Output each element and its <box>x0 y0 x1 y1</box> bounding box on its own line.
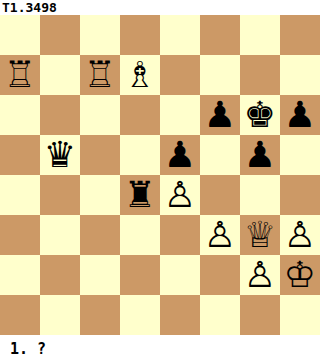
square-h7[interactable] <box>280 55 320 95</box>
white-pawn-piece[interactable]: ♙ <box>164 175 196 215</box>
square-b3[interactable] <box>40 215 80 255</box>
square-b7[interactable] <box>40 55 80 95</box>
white-pawn-piece[interactable]: ♙ <box>204 215 236 255</box>
white-king-piece[interactable]: ♔ <box>284 255 316 295</box>
square-a3[interactable] <box>0 215 40 255</box>
square-g1[interactable] <box>240 295 280 335</box>
square-b1[interactable] <box>40 295 80 335</box>
square-f2[interactable] <box>200 255 240 295</box>
square-a1[interactable] <box>0 295 40 335</box>
square-h4[interactable] <box>280 175 320 215</box>
square-f4[interactable] <box>200 175 240 215</box>
square-f5[interactable] <box>200 135 240 175</box>
square-e7[interactable] <box>160 55 200 95</box>
square-a8[interactable] <box>0 15 40 55</box>
white-pawn-piece[interactable]: ♙ <box>284 215 316 255</box>
footer-bar: 1. ? <box>0 335 320 360</box>
square-d2[interactable] <box>120 255 160 295</box>
square-d3[interactable] <box>120 215 160 255</box>
square-g2[interactable]: ♙ <box>240 255 280 295</box>
square-f1[interactable] <box>200 295 240 335</box>
square-f3[interactable]: ♙ <box>200 215 240 255</box>
white-queen-piece[interactable]: ♕ <box>244 215 276 255</box>
square-d7[interactable]: ♗ <box>120 55 160 95</box>
square-d5[interactable] <box>120 135 160 175</box>
chess-diagram: T1.3498 ♖♖♗♟♚♟♛♟♟♜♙♙♕♙♙♔ 1. ? <box>0 0 320 360</box>
move-prompt: 1. ? <box>10 340 46 358</box>
square-e5[interactable]: ♟ <box>160 135 200 175</box>
square-e8[interactable] <box>160 15 200 55</box>
square-c5[interactable] <box>80 135 120 175</box>
square-a2[interactable] <box>0 255 40 295</box>
square-a5[interactable] <box>0 135 40 175</box>
chess-board: ♖♖♗♟♚♟♛♟♟♜♙♙♕♙♙♔ <box>0 15 320 335</box>
square-g8[interactable] <box>240 15 280 55</box>
square-g7[interactable] <box>240 55 280 95</box>
square-h3[interactable]: ♙ <box>280 215 320 255</box>
square-h2[interactable]: ♔ <box>280 255 320 295</box>
puzzle-title: T1.3498 <box>0 0 320 15</box>
white-rook-piece[interactable]: ♖ <box>4 55 36 95</box>
square-g3[interactable]: ♕ <box>240 215 280 255</box>
square-e2[interactable] <box>160 255 200 295</box>
square-b5[interactable]: ♛ <box>40 135 80 175</box>
square-f7[interactable] <box>200 55 240 95</box>
black-king-piece[interactable]: ♚ <box>244 95 276 135</box>
square-c6[interactable] <box>80 95 120 135</box>
square-b6[interactable] <box>40 95 80 135</box>
square-b2[interactable] <box>40 255 80 295</box>
square-c7[interactable]: ♖ <box>80 55 120 95</box>
square-c4[interactable] <box>80 175 120 215</box>
square-d4[interactable]: ♜ <box>120 175 160 215</box>
square-c3[interactable] <box>80 215 120 255</box>
square-d6[interactable] <box>120 95 160 135</box>
square-a4[interactable] <box>0 175 40 215</box>
square-h1[interactable] <box>280 295 320 335</box>
black-rook-piece[interactable]: ♜ <box>124 175 156 215</box>
square-f6[interactable]: ♟ <box>200 95 240 135</box>
black-pawn-piece[interactable]: ♟ <box>244 135 276 175</box>
square-b8[interactable] <box>40 15 80 55</box>
square-c2[interactable] <box>80 255 120 295</box>
black-pawn-piece[interactable]: ♟ <box>164 135 196 175</box>
square-e4[interactable]: ♙ <box>160 175 200 215</box>
square-f8[interactable] <box>200 15 240 55</box>
square-e3[interactable] <box>160 215 200 255</box>
square-e1[interactable] <box>160 295 200 335</box>
square-h8[interactable] <box>280 15 320 55</box>
square-d8[interactable] <box>120 15 160 55</box>
square-a6[interactable] <box>0 95 40 135</box>
square-g5[interactable]: ♟ <box>240 135 280 175</box>
square-c1[interactable] <box>80 295 120 335</box>
square-g6[interactable]: ♚ <box>240 95 280 135</box>
white-pawn-piece[interactable]: ♙ <box>244 255 276 295</box>
square-c8[interactable] <box>80 15 120 55</box>
square-b4[interactable] <box>40 175 80 215</box>
square-g4[interactable] <box>240 175 280 215</box>
square-h5[interactable] <box>280 135 320 175</box>
white-rook-piece[interactable]: ♖ <box>84 55 116 95</box>
black-pawn-piece[interactable]: ♟ <box>204 95 236 135</box>
white-bishop-piece[interactable]: ♗ <box>124 55 156 95</box>
black-queen-piece[interactable]: ♛ <box>44 135 76 175</box>
square-d1[interactable] <box>120 295 160 335</box>
square-h6[interactable]: ♟ <box>280 95 320 135</box>
black-pawn-piece[interactable]: ♟ <box>284 95 316 135</box>
square-e6[interactable] <box>160 95 200 135</box>
square-a7[interactable]: ♖ <box>0 55 40 95</box>
